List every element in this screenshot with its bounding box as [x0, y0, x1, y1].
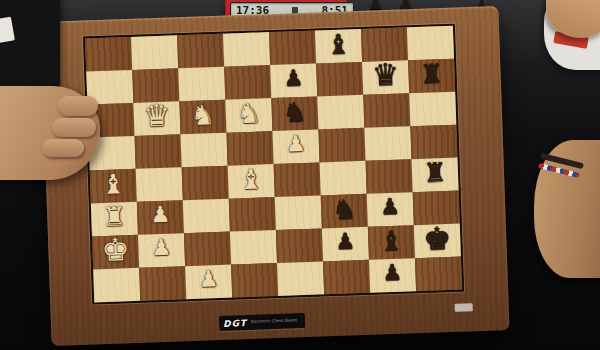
square-b7[interactable]: ♛ — [362, 60, 409, 95]
square-d7[interactable] — [364, 126, 411, 161]
square-g4[interactable] — [230, 230, 277, 265]
square-a6[interactable]: ♝ — [315, 29, 362, 64]
square-b6[interactable] — [316, 62, 363, 97]
square-e2[interactable] — [136, 167, 183, 202]
square-a8[interactable] — [407, 26, 454, 61]
square-a5[interactable] — [269, 31, 316, 66]
piece-black-knight[interactable]: ♞ — [332, 195, 357, 223]
piece-white-pawn[interactable]: ♟ — [286, 133, 306, 156]
piece-black-bishop[interactable]: ♝ — [326, 30, 351, 58]
square-e6[interactable] — [320, 161, 367, 196]
square-c6[interactable] — [317, 95, 364, 130]
piece-white-knight[interactable]: ♞ — [236, 99, 261, 127]
square-h2[interactable] — [139, 266, 186, 301]
square-g3[interactable] — [184, 232, 231, 267]
piece-black-knight[interactable]: ♞ — [282, 97, 307, 125]
piece-white-bishop[interactable]: ♝ — [101, 170, 126, 198]
piece-black-king[interactable]: ♚ — [423, 222, 452, 254]
square-e7[interactable] — [366, 159, 413, 194]
left-hand-finger — [52, 118, 96, 137]
square-c2[interactable]: ♛ — [133, 101, 180, 136]
square-a4[interactable] — [223, 32, 270, 67]
square-f5[interactable] — [275, 195, 322, 230]
square-c5[interactable]: ♞ — [271, 96, 318, 131]
piece-black-bishop[interactable]: ♝ — [379, 226, 404, 254]
square-c4[interactable]: ♞ — [225, 98, 272, 133]
board-grid: ♝♟♛♜♛♞♞♞♟♝♝♜♜♟♞♟♚♟♟♝♚♟♟ — [85, 26, 462, 303]
board-playing-area: ♝♟♛♜♛♞♞♞♟♝♝♜♜♟♞♟♚♟♟♝♚♟♟ — [83, 24, 464, 305]
frame-sticker — [455, 303, 473, 312]
square-g1[interactable]: ♚ — [92, 235, 139, 270]
square-d4[interactable] — [226, 131, 273, 166]
left-sleeve-badge — [0, 17, 15, 44]
square-c3[interactable]: ♞ — [179, 100, 226, 135]
piece-black-pawn[interactable]: ♟ — [380, 196, 400, 219]
dgt-logo: DGT — [223, 318, 247, 329]
square-h1[interactable] — [93, 268, 140, 303]
square-h5[interactable] — [277, 261, 324, 296]
piece-white-rook[interactable]: ♜ — [102, 203, 126, 230]
square-b5[interactable]: ♟ — [270, 63, 317, 98]
piece-black-pawn[interactable]: ♟ — [382, 262, 402, 285]
square-b4[interactable] — [224, 65, 271, 100]
square-d5[interactable]: ♟ — [272, 129, 319, 164]
piece-white-pawn[interactable]: ♟ — [150, 204, 170, 227]
square-h4[interactable] — [231, 263, 278, 298]
square-h7[interactable]: ♟ — [369, 258, 416, 293]
piece-black-queen[interactable]: ♛ — [372, 60, 400, 91]
square-d6[interactable] — [318, 128, 365, 163]
square-e5[interactable] — [274, 162, 321, 197]
square-h3[interactable]: ♟ — [185, 265, 232, 300]
board-brand-text: Electronic Chess Board — [251, 319, 297, 325]
square-f2[interactable]: ♟ — [137, 200, 184, 235]
square-c7[interactable] — [363, 93, 410, 128]
piece-black-rook[interactable]: ♜ — [419, 60, 443, 87]
piece-white-queen[interactable]: ♛ — [143, 101, 171, 132]
square-f4[interactable] — [229, 197, 276, 232]
square-a2[interactable] — [131, 35, 178, 70]
piece-black-pawn[interactable]: ♟ — [335, 230, 355, 253]
piece-white-pawn[interactable]: ♟ — [151, 237, 171, 260]
square-f3[interactable] — [183, 199, 230, 234]
left-hand-finger — [58, 96, 98, 116]
square-f7[interactable]: ♟ — [367, 192, 414, 227]
piece-black-rook[interactable]: ♜ — [423, 159, 447, 186]
square-c8[interactable] — [409, 92, 456, 127]
piece-white-bishop[interactable]: ♝ — [239, 165, 264, 193]
square-d2[interactable] — [135, 134, 182, 169]
square-e8[interactable]: ♜ — [411, 158, 458, 193]
square-e3[interactable] — [182, 166, 229, 201]
square-g5[interactable] — [276, 228, 323, 263]
square-g7[interactable]: ♝ — [368, 225, 415, 260]
square-b8[interactable]: ♜ — [408, 59, 455, 94]
piece-white-king[interactable]: ♚ — [101, 234, 130, 266]
piece-white-pawn[interactable]: ♟ — [198, 268, 218, 291]
square-b3[interactable] — [178, 67, 225, 102]
piece-black-pawn[interactable]: ♟ — [283, 67, 303, 90]
left-hand-finger — [42, 139, 84, 157]
square-h8[interactable] — [415, 257, 462, 292]
square-f6[interactable]: ♞ — [321, 194, 368, 229]
square-e1[interactable]: ♝ — [90, 169, 137, 204]
square-g8[interactable]: ♚ — [414, 224, 461, 259]
board-brand-label: DGT Electronic Chess Board — [219, 313, 305, 331]
square-a1[interactable] — [85, 37, 132, 72]
square-d3[interactable] — [180, 133, 227, 168]
square-e4[interactable]: ♝ — [228, 164, 275, 199]
square-d8[interactable] — [410, 125, 457, 160]
square-h6[interactable] — [323, 260, 370, 295]
chess-board: ♝♟♛♜♛♞♞♞♟♝♝♜♜♟♞♟♚♟♟♝♚♟♟ DGT Electronic C… — [40, 6, 509, 346]
right-player-forearm — [534, 140, 600, 278]
square-g2[interactable]: ♟ — [138, 233, 185, 268]
square-a3[interactable] — [177, 34, 224, 69]
piece-white-knight[interactable]: ♞ — [190, 101, 215, 129]
square-g6[interactable]: ♟ — [322, 227, 369, 262]
